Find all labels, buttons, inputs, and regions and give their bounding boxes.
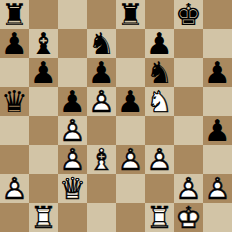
- piece-black-rook[interactable]: ♜: [116, 0, 145, 29]
- black-rook-icon: ♜: [116, 0, 145, 29]
- square-b1[interactable]: ♜♖: [29, 203, 58, 232]
- square-c3[interactable]: ♟♙: [58, 145, 87, 174]
- square-d2[interactable]: [87, 174, 116, 203]
- piece-white-queen[interactable]: ♛♕: [58, 174, 87, 203]
- piece-black-knight[interactable]: ♞: [87, 29, 116, 58]
- piece-white-pawn[interactable]: ♟♙: [58, 145, 87, 174]
- square-h7[interactable]: [203, 29, 232, 58]
- square-b6[interactable]: ♟: [29, 58, 58, 87]
- square-e7[interactable]: [116, 29, 145, 58]
- square-b3[interactable]: [29, 145, 58, 174]
- white-pawn-outline-icon: ♙: [203, 174, 232, 203]
- piece-white-pawn[interactable]: ♟♙: [0, 174, 29, 203]
- square-h1[interactable]: [203, 203, 232, 232]
- square-h6[interactable]: ♟: [203, 58, 232, 87]
- black-pawn-icon: ♟: [58, 87, 87, 116]
- square-d6[interactable]: ♟: [87, 58, 116, 87]
- square-a8[interactable]: ♜: [0, 0, 29, 29]
- piece-black-pawn[interactable]: ♟: [0, 29, 29, 58]
- white-king-outline-icon: ♔: [174, 203, 203, 232]
- square-c7[interactable]: [58, 29, 87, 58]
- square-g2[interactable]: ♟♙: [174, 174, 203, 203]
- square-h3[interactable]: [203, 145, 232, 174]
- square-c8[interactable]: [58, 0, 87, 29]
- white-rook-outline-icon: ♖: [29, 203, 58, 232]
- white-rook-outline-icon: ♖: [145, 203, 174, 232]
- black-pawn-icon: ♟: [29, 58, 58, 87]
- square-c5[interactable]: ♟: [58, 87, 87, 116]
- piece-white-pawn[interactable]: ♟♙: [116, 145, 145, 174]
- black-queen-icon: ♛: [0, 87, 29, 116]
- square-h5[interactable]: [203, 87, 232, 116]
- square-e2[interactable]: [116, 174, 145, 203]
- square-g4[interactable]: [174, 116, 203, 145]
- piece-black-pawn[interactable]: ♟: [116, 87, 145, 116]
- square-d5[interactable]: ♟♙: [87, 87, 116, 116]
- white-queen-outline-icon: ♕: [58, 174, 87, 203]
- black-pawn-icon: ♟: [203, 58, 232, 87]
- square-e5[interactable]: ♟: [116, 87, 145, 116]
- piece-black-queen[interactable]: ♛: [0, 87, 29, 116]
- square-e1[interactable]: [116, 203, 145, 232]
- piece-black-pawn[interactable]: ♟: [203, 58, 232, 87]
- square-a5[interactable]: ♛: [0, 87, 29, 116]
- square-g3[interactable]: [174, 145, 203, 174]
- chess-board: ♜♜♚♟♝♞♟♟♟♞♟♛♟♟♙♟♞♘♟♙♟♟♙♝♗♟♙♟♙♟♙♛♕♟♙♟♙♜♖♜…: [0, 0, 232, 232]
- piece-white-bishop[interactable]: ♝♗: [87, 145, 116, 174]
- black-king-icon: ♚: [174, 0, 203, 29]
- white-pawn-outline-icon: ♙: [58, 145, 87, 174]
- piece-white-pawn[interactable]: ♟♙: [203, 174, 232, 203]
- square-g6[interactable]: [174, 58, 203, 87]
- square-c4[interactable]: ♟♙: [58, 116, 87, 145]
- white-pawn-outline-icon: ♙: [174, 174, 203, 203]
- piece-black-king[interactable]: ♚: [174, 0, 203, 29]
- square-h4[interactable]: ♟: [203, 116, 232, 145]
- black-rook-icon: ♜: [0, 0, 29, 29]
- piece-white-pawn[interactable]: ♟♙: [58, 116, 87, 145]
- square-f5[interactable]: ♞♘: [145, 87, 174, 116]
- square-b8[interactable]: [29, 0, 58, 29]
- black-pawn-icon: ♟: [0, 29, 29, 58]
- black-bishop-icon: ♝: [29, 29, 58, 58]
- square-e8[interactable]: ♜: [116, 0, 145, 29]
- square-g8[interactable]: ♚: [174, 0, 203, 29]
- square-e6[interactable]: [116, 58, 145, 87]
- piece-white-pawn[interactable]: ♟♙: [87, 87, 116, 116]
- piece-white-rook[interactable]: ♜♖: [29, 203, 58, 232]
- black-pawn-icon: ♟: [203, 116, 232, 145]
- black-pawn-icon: ♟: [116, 87, 145, 116]
- square-f2[interactable]: [145, 174, 174, 203]
- white-bishop-outline-icon: ♗: [87, 145, 116, 174]
- square-h8[interactable]: [203, 0, 232, 29]
- piece-white-pawn[interactable]: ♟♙: [174, 174, 203, 203]
- square-b4[interactable]: [29, 116, 58, 145]
- piece-black-pawn[interactable]: ♟: [58, 87, 87, 116]
- piece-black-pawn[interactable]: ♟: [203, 116, 232, 145]
- square-a1[interactable]: [0, 203, 29, 232]
- square-h2[interactable]: ♟♙: [203, 174, 232, 203]
- square-f1[interactable]: ♜♖: [145, 203, 174, 232]
- white-pawn-outline-icon: ♙: [145, 145, 174, 174]
- square-g7[interactable]: [174, 29, 203, 58]
- square-f7[interactable]: ♟: [145, 29, 174, 58]
- white-pawn-outline-icon: ♙: [58, 116, 87, 145]
- square-d4[interactable]: [87, 116, 116, 145]
- piece-white-rook[interactable]: ♜♖: [145, 203, 174, 232]
- piece-white-knight[interactable]: ♞♘: [145, 87, 174, 116]
- square-c6[interactable]: [58, 58, 87, 87]
- square-b7[interactable]: ♝: [29, 29, 58, 58]
- black-pawn-icon: ♟: [145, 29, 174, 58]
- square-a2[interactable]: ♟♙: [0, 174, 29, 203]
- piece-white-king[interactable]: ♚♔: [174, 203, 203, 232]
- square-f3[interactable]: ♟♙: [145, 145, 174, 174]
- white-pawn-outline-icon: ♙: [87, 87, 116, 116]
- square-f8[interactable]: [145, 0, 174, 29]
- black-knight-icon: ♞: [87, 29, 116, 58]
- piece-black-pawn[interactable]: ♟: [87, 58, 116, 87]
- square-c1[interactable]: [58, 203, 87, 232]
- square-b2[interactable]: [29, 174, 58, 203]
- piece-black-rook[interactable]: ♜: [0, 0, 29, 29]
- square-e3[interactable]: ♟♙: [116, 145, 145, 174]
- white-pawn-outline-icon: ♙: [0, 174, 29, 203]
- white-knight-outline-icon: ♘: [145, 87, 174, 116]
- white-pawn-outline-icon: ♙: [116, 145, 145, 174]
- square-d8[interactable]: [87, 0, 116, 29]
- square-e4[interactable]: [116, 116, 145, 145]
- piece-black-knight[interactable]: ♞: [145, 58, 174, 87]
- piece-white-pawn[interactable]: ♟♙: [145, 145, 174, 174]
- square-g1[interactable]: ♚♔: [174, 203, 203, 232]
- black-knight-icon: ♞: [145, 58, 174, 87]
- piece-black-bishop[interactable]: ♝: [29, 29, 58, 58]
- square-b5[interactable]: [29, 87, 58, 116]
- piece-black-pawn[interactable]: ♟: [29, 58, 58, 87]
- square-a6[interactable]: [0, 58, 29, 87]
- square-g5[interactable]: [174, 87, 203, 116]
- square-a7[interactable]: ♟: [0, 29, 29, 58]
- square-f6[interactable]: ♞: [145, 58, 174, 87]
- square-a4[interactable]: [0, 116, 29, 145]
- square-a3[interactable]: [0, 145, 29, 174]
- square-d1[interactable]: [87, 203, 116, 232]
- square-d7[interactable]: ♞: [87, 29, 116, 58]
- square-f4[interactable]: [145, 116, 174, 145]
- black-pawn-icon: ♟: [87, 58, 116, 87]
- piece-black-pawn[interactable]: ♟: [145, 29, 174, 58]
- square-c2[interactable]: ♛♕: [58, 174, 87, 203]
- square-d3[interactable]: ♝♗: [87, 145, 116, 174]
